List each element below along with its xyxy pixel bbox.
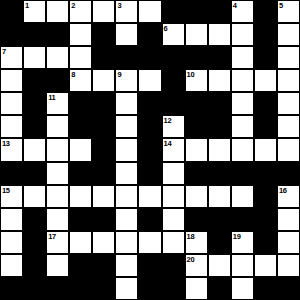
clue-number-19: 19 xyxy=(233,232,241,241)
open-cell-r1c10[interactable] xyxy=(231,23,254,46)
block-cell-r12c0 xyxy=(0,277,23,300)
block-cell-r0c11 xyxy=(254,0,277,23)
open-cell-r6c1[interactable] xyxy=(23,138,46,161)
clue-number-5: 5 xyxy=(279,1,283,10)
open-cell-r8c0[interactable]: 15 xyxy=(0,185,23,208)
block-cell-r7c1 xyxy=(23,162,46,185)
open-cell-r6c11[interactable] xyxy=(254,138,277,161)
clue-number-17: 17 xyxy=(48,232,56,241)
block-cell-r7c6 xyxy=(138,162,161,185)
open-cell-r10c8[interactable]: 18 xyxy=(185,231,208,254)
open-cell-r0c4[interactable] xyxy=(92,0,115,23)
block-cell-r12c9 xyxy=(208,277,231,300)
open-cell-r3c4[interactable] xyxy=(92,69,115,92)
block-cell-r7c10 xyxy=(231,162,254,185)
open-cell-r11c0[interactable] xyxy=(0,254,23,277)
block-cell-r1c11 xyxy=(254,23,277,46)
block-cell-r0c8 xyxy=(185,0,208,23)
open-cell-r8c4[interactable] xyxy=(92,185,115,208)
open-cell-r3c9[interactable] xyxy=(208,69,231,92)
block-cell-r4c7 xyxy=(162,92,185,115)
block-cell-r2c8 xyxy=(185,46,208,69)
open-cell-r10c0[interactable] xyxy=(0,231,23,254)
block-cell-r10c1 xyxy=(23,231,46,254)
block-cell-r7c0 xyxy=(0,162,23,185)
block-cell-r0c0 xyxy=(0,0,23,23)
open-cell-r6c12[interactable] xyxy=(277,138,300,161)
open-cell-r8c10[interactable] xyxy=(231,185,254,208)
block-cell-r4c9 xyxy=(208,92,231,115)
open-cell-r0c1[interactable]: 1 xyxy=(23,0,46,23)
block-cell-r2c5 xyxy=(115,46,138,69)
clue-number-12: 12 xyxy=(164,116,172,125)
block-cell-r1c2 xyxy=(46,23,69,46)
block-cell-r8c11 xyxy=(254,185,277,208)
open-cell-r3c6[interactable] xyxy=(138,69,161,92)
open-cell-r0c12[interactable]: 5 xyxy=(277,0,300,23)
block-cell-r11c3 xyxy=(69,254,92,277)
open-cell-r7c2[interactable] xyxy=(46,162,69,185)
open-cell-r9c2[interactable] xyxy=(46,208,69,231)
open-cell-r8c6[interactable] xyxy=(138,185,161,208)
block-cell-r5c9 xyxy=(208,115,231,138)
open-cell-r2c3[interactable] xyxy=(69,46,92,69)
clue-number-1: 1 xyxy=(25,1,29,10)
block-cell-r12c11 xyxy=(254,277,277,300)
open-cell-r2c0[interactable]: 7 xyxy=(0,46,23,69)
block-cell-r12c7 xyxy=(162,277,185,300)
block-cell-r7c9 xyxy=(208,162,231,185)
open-cell-r2c10[interactable] xyxy=(231,46,254,69)
open-cell-r11c2[interactable] xyxy=(46,254,69,277)
block-cell-r1c4 xyxy=(92,23,115,46)
clue-number-3: 3 xyxy=(117,1,121,10)
block-cell-r9c11 xyxy=(254,208,277,231)
open-cell-r3c0[interactable] xyxy=(0,69,23,92)
open-cell-r0c3[interactable]: 2 xyxy=(69,0,92,23)
open-cell-r7c7[interactable] xyxy=(162,162,185,185)
block-cell-r12c2 xyxy=(46,277,69,300)
open-cell-r1c5[interactable] xyxy=(115,23,138,46)
open-cell-r1c8[interactable] xyxy=(185,23,208,46)
open-cell-r9c12[interactable] xyxy=(277,208,300,231)
open-cell-r3c10[interactable] xyxy=(231,69,254,92)
clue-number-8: 8 xyxy=(71,70,75,79)
clue-number-10: 10 xyxy=(187,70,195,79)
clue-number-14: 14 xyxy=(164,139,172,148)
open-cell-r8c7[interactable] xyxy=(162,185,185,208)
block-cell-r2c4 xyxy=(92,46,115,69)
block-cell-r2c7 xyxy=(162,46,185,69)
block-cell-r4c8 xyxy=(185,92,208,115)
open-cell-r1c9[interactable] xyxy=(208,23,231,46)
block-cell-r12c6 xyxy=(138,277,161,300)
open-cell-r0c5[interactable]: 3 xyxy=(115,0,138,23)
open-cell-r9c5[interactable] xyxy=(115,208,138,231)
block-cell-r9c3 xyxy=(69,208,92,231)
open-cell-r2c2[interactable] xyxy=(46,46,69,69)
open-cell-r10c3[interactable] xyxy=(69,231,92,254)
block-cell-r9c9 xyxy=(208,208,231,231)
clue-number-16: 16 xyxy=(279,186,287,195)
block-cell-r7c4 xyxy=(92,162,115,185)
open-cell-r4c12[interactable] xyxy=(277,92,300,115)
open-cell-r5c2[interactable] xyxy=(46,115,69,138)
open-cell-r8c9[interactable] xyxy=(208,185,231,208)
crossword-grid: 1234567891011121314151617181920 xyxy=(0,0,300,300)
open-cell-r8c8[interactable] xyxy=(185,185,208,208)
block-cell-r1c0 xyxy=(0,23,23,46)
clue-number-7: 7 xyxy=(2,47,6,56)
open-cell-r0c6[interactable] xyxy=(138,0,161,23)
open-cell-r11c12[interactable] xyxy=(277,254,300,277)
open-cell-r6c0[interactable]: 13 xyxy=(0,138,23,161)
block-cell-r10c9 xyxy=(208,231,231,254)
open-cell-r10c6[interactable] xyxy=(138,231,161,254)
block-cell-r3c1 xyxy=(23,69,46,92)
open-cell-r8c3[interactable] xyxy=(69,185,92,208)
open-cell-r10c7[interactable] xyxy=(162,231,185,254)
open-cell-r2c12[interactable] xyxy=(277,46,300,69)
open-cell-r1c3[interactable] xyxy=(69,23,92,46)
clue-number-18: 18 xyxy=(187,232,195,241)
open-cell-r10c2[interactable]: 17 xyxy=(46,231,69,254)
block-cell-r11c1 xyxy=(23,254,46,277)
clue-number-4: 4 xyxy=(233,1,237,10)
open-cell-r9c0[interactable] xyxy=(0,208,23,231)
open-cell-r5c7[interactable]: 12 xyxy=(162,115,185,138)
block-cell-r3c2 xyxy=(46,69,69,92)
open-cell-r10c5[interactable] xyxy=(115,231,138,254)
block-cell-r12c3 xyxy=(69,277,92,300)
clue-number-6: 6 xyxy=(164,24,168,33)
open-cell-r6c9[interactable] xyxy=(208,138,231,161)
open-cell-r5c10[interactable] xyxy=(231,115,254,138)
open-cell-r0c2[interactable] xyxy=(46,0,69,23)
block-cell-r1c6 xyxy=(138,23,161,46)
block-cell-r3c7 xyxy=(162,69,185,92)
block-cell-r1c1 xyxy=(23,23,46,46)
open-cell-r11c5[interactable] xyxy=(115,254,138,277)
block-cell-r4c6 xyxy=(138,92,161,115)
block-cell-r2c9 xyxy=(208,46,231,69)
open-cell-r6c3[interactable] xyxy=(69,138,92,161)
clue-number-11: 11 xyxy=(48,93,55,102)
block-cell-r12c1 xyxy=(23,277,46,300)
block-cell-r12c4 xyxy=(92,277,115,300)
clue-number-13: 13 xyxy=(2,139,10,148)
open-cell-r5c0[interactable] xyxy=(0,115,23,138)
open-cell-r10c4[interactable] xyxy=(92,231,115,254)
open-cell-r8c12[interactable]: 16 xyxy=(277,185,300,208)
open-cell-r6c8[interactable] xyxy=(185,138,208,161)
block-cell-r4c4 xyxy=(92,92,115,115)
open-cell-r10c12[interactable] xyxy=(277,231,300,254)
block-cell-r7c3 xyxy=(69,162,92,185)
clue-number-15: 15 xyxy=(2,186,10,195)
block-cell-r11c6 xyxy=(138,254,161,277)
open-cell-r11c8[interactable]: 20 xyxy=(185,254,208,277)
block-cell-r2c6 xyxy=(138,46,161,69)
block-cell-r11c7 xyxy=(162,254,185,277)
block-cell-r9c8 xyxy=(185,208,208,231)
open-cell-r4c5[interactable] xyxy=(115,92,138,115)
open-cell-r12c5[interactable] xyxy=(115,277,138,300)
open-cell-r11c10[interactable] xyxy=(231,254,254,277)
block-cell-r5c8 xyxy=(185,115,208,138)
block-cell-r5c3 xyxy=(69,115,92,138)
block-cell-r7c12 xyxy=(277,162,300,185)
open-cell-r3c3[interactable]: 8 xyxy=(69,69,92,92)
open-cell-r4c0[interactable] xyxy=(0,92,23,115)
block-cell-r12c12 xyxy=(277,277,300,300)
open-cell-r5c5[interactable] xyxy=(115,115,138,138)
open-cell-r11c11[interactable] xyxy=(254,254,277,277)
clue-number-2: 2 xyxy=(71,1,75,10)
block-cell-r7c11 xyxy=(254,162,277,185)
block-cell-r4c3 xyxy=(69,92,92,115)
block-cell-r4c1 xyxy=(23,92,46,115)
clue-number-20: 20 xyxy=(187,255,195,264)
open-cell-r10c10[interactable]: 19 xyxy=(231,231,254,254)
block-cell-r0c9 xyxy=(208,0,231,23)
open-cell-r8c5[interactable] xyxy=(115,185,138,208)
block-cell-r10c11 xyxy=(254,231,277,254)
open-cell-r3c12[interactable] xyxy=(277,69,300,92)
open-cell-r6c2[interactable] xyxy=(46,138,69,161)
open-cell-r0c10[interactable]: 4 xyxy=(231,0,254,23)
open-cell-r4c2[interactable]: 11 xyxy=(46,92,69,115)
open-cell-r5c12[interactable] xyxy=(277,115,300,138)
open-cell-r3c11[interactable] xyxy=(254,69,277,92)
open-cell-r9c7[interactable] xyxy=(162,208,185,231)
block-cell-r0c7 xyxy=(162,0,185,23)
block-cell-r9c6 xyxy=(138,208,161,231)
block-cell-r7c8 xyxy=(185,162,208,185)
open-cell-r2c1[interactable] xyxy=(23,46,46,69)
block-cell-r6c6 xyxy=(138,138,161,161)
open-cell-r3c5[interactable]: 9 xyxy=(115,69,138,92)
block-cell-r5c11 xyxy=(254,115,277,138)
open-cell-r6c7[interactable]: 14 xyxy=(162,138,185,161)
open-cell-r6c10[interactable] xyxy=(231,138,254,161)
block-cell-r9c10 xyxy=(231,208,254,231)
block-cell-r6c4 xyxy=(92,138,115,161)
open-cell-r12c8[interactable] xyxy=(185,277,208,300)
open-cell-r7c5[interactable] xyxy=(115,162,138,185)
block-cell-r2c11 xyxy=(254,46,277,69)
open-cell-r4c10[interactable] xyxy=(231,92,254,115)
open-cell-r11c9[interactable] xyxy=(208,254,231,277)
open-cell-r1c7[interactable]: 6 xyxy=(162,23,185,46)
block-cell-r11c4 xyxy=(92,254,115,277)
open-cell-r8c2[interactable] xyxy=(46,185,69,208)
open-cell-r3c8[interactable]: 10 xyxy=(185,69,208,92)
open-cell-r12c10[interactable] xyxy=(231,277,254,300)
open-cell-r8c1[interactable] xyxy=(23,185,46,208)
block-cell-r4c11 xyxy=(254,92,277,115)
block-cell-r9c1 xyxy=(23,208,46,231)
block-cell-r9c4 xyxy=(92,208,115,231)
block-cell-r5c4 xyxy=(92,115,115,138)
open-cell-r6c5[interactable] xyxy=(115,138,138,161)
open-cell-r1c12[interactable] xyxy=(277,23,300,46)
block-cell-r5c6 xyxy=(138,115,161,138)
clue-number-9: 9 xyxy=(117,70,121,79)
block-cell-r5c1 xyxy=(23,115,46,138)
